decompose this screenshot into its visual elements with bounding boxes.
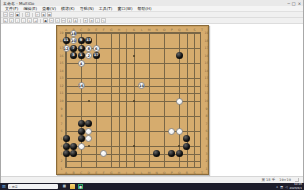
coord-right: 4 bbox=[203, 144, 211, 148]
menu-item-6[interactable]: 窗口(W) bbox=[115, 6, 134, 11]
forward-icon[interactable]: › bbox=[21, 18, 26, 23]
coord-left: 6 bbox=[58, 129, 66, 133]
toolbar-separator bbox=[40, 19, 41, 23]
menu-item-3[interactable]: 棋谱(K) bbox=[59, 6, 77, 11]
black-stone[interactable] bbox=[183, 135, 190, 142]
taskbar-clock[interactable]: 10:45 2023/6/1 bbox=[289, 183, 302, 189]
white-stone-tool-icon[interactable]: ○ bbox=[49, 18, 54, 23]
number-mark-icon[interactable]: 1 bbox=[67, 18, 72, 23]
black-stone[interactable] bbox=[63, 143, 70, 150]
white-stone[interactable]: 10 bbox=[70, 37, 77, 44]
go-board[interactable]: ABCDEFGHJKLMNOPQRSTABCDEFGHJKLMNOPQRST19… bbox=[56, 25, 209, 175]
coord-right: 19 bbox=[203, 31, 211, 35]
delete-icon[interactable]: ✕ bbox=[83, 18, 88, 23]
coord-left: 15 bbox=[58, 61, 66, 65]
main-area: ABCDEFGHJKLMNOPQRSTABCDEFGHJKLMNOPQRST19… bbox=[1, 24, 303, 176]
black-stone[interactable]: 7 bbox=[70, 45, 77, 52]
coord-bottom: T bbox=[198, 171, 206, 175]
menu-item-4[interactable]: 导航(N) bbox=[78, 6, 96, 11]
go-end-icon[interactable]: ⇥ bbox=[33, 18, 38, 23]
volume-icon[interactable]: ◁ bbox=[285, 185, 287, 189]
triangle-mark-icon[interactable]: △ bbox=[55, 18, 60, 23]
status-board-size: 19×19 bbox=[279, 178, 291, 182]
setup-icon[interactable]: ✎ bbox=[101, 18, 106, 23]
close-button[interactable]: × bbox=[298, 1, 301, 6]
white-stone[interactable] bbox=[100, 150, 107, 157]
toolbar-separator bbox=[22, 13, 23, 17]
white-stone[interactable]: 6 bbox=[93, 45, 100, 52]
coord-left: 8 bbox=[58, 114, 66, 118]
black-stone[interactable] bbox=[63, 150, 70, 157]
coord-right: 15 bbox=[203, 61, 211, 65]
window-title: 未命名 - MultiGo bbox=[3, 1, 287, 6]
coord-left: 11 bbox=[58, 91, 66, 95]
coord-right: 18 bbox=[203, 39, 211, 43]
star-point bbox=[133, 55, 135, 57]
black-stone-tool-icon[interactable]: ● bbox=[43, 18, 48, 23]
white-stone[interactable]: 18 bbox=[70, 30, 77, 37]
coord-left: 13 bbox=[58, 76, 66, 80]
search-icon: ⌕ bbox=[9, 185, 11, 189]
app-window: 未命名 - MultiGo ─ □ × 文件(F)编辑(E)查看(V)棋谱(K)… bbox=[0, 0, 304, 190]
star-point bbox=[88, 100, 90, 102]
white-stone[interactable]: 14 bbox=[138, 82, 145, 89]
white-stone[interactable]: 2 bbox=[85, 52, 92, 59]
coord-left: 9 bbox=[58, 107, 66, 111]
black-stone[interactable] bbox=[168, 150, 175, 157]
coord-right: 8 bbox=[203, 114, 211, 118]
square-mark-icon[interactable]: □ bbox=[61, 18, 66, 23]
start-button[interactable]: ⊞ bbox=[0, 183, 8, 190]
open-file-icon[interactable]: ◰ bbox=[9, 12, 14, 17]
menu-item-2[interactable]: 查看(V) bbox=[40, 6, 58, 11]
coord-right: 2 bbox=[203, 159, 211, 163]
new-file-icon[interactable]: ▢ bbox=[3, 12, 8, 17]
white-stone[interactable]: 8 bbox=[85, 45, 92, 52]
black-stone[interactable]: 17 bbox=[93, 52, 100, 59]
star-point bbox=[133, 145, 135, 147]
coord-right: 3 bbox=[203, 152, 211, 156]
black-stone[interactable]: 13 bbox=[85, 37, 92, 44]
file-explorer-icon[interactable] bbox=[70, 184, 75, 189]
white-stone[interactable]: 12 bbox=[63, 45, 70, 52]
info-icon[interactable]: i bbox=[95, 18, 100, 23]
black-stone[interactable]: 11 bbox=[63, 37, 70, 44]
white-stone[interactable] bbox=[176, 128, 183, 135]
black-stone[interactable] bbox=[78, 128, 85, 135]
menu-item-5[interactable]: 工具(T) bbox=[97, 6, 115, 11]
forward-fast-icon[interactable]: » bbox=[27, 18, 32, 23]
white-stone[interactable] bbox=[78, 143, 85, 150]
zoom-icon[interactable]: ◎ bbox=[89, 18, 94, 23]
white-stone[interactable]: 4 bbox=[78, 60, 85, 67]
copy-icon[interactable]: ⧉ bbox=[41, 12, 46, 17]
taskbar-search-input[interactable]: ⌕ 搜索 bbox=[8, 184, 58, 189]
white-stone[interactable] bbox=[176, 98, 183, 105]
coord-left: 1 bbox=[58, 167, 66, 171]
black-stone[interactable] bbox=[70, 150, 77, 157]
coord-left: 2 bbox=[58, 159, 66, 163]
star-point bbox=[133, 100, 135, 102]
task-view-icon[interactable]: ▦ bbox=[62, 184, 67, 189]
coord-right: 14 bbox=[203, 69, 211, 73]
black-stone[interactable] bbox=[183, 143, 190, 150]
network-icon[interactable]: ⬒ bbox=[280, 185, 283, 189]
black-stone[interactable] bbox=[153, 150, 160, 157]
back-icon[interactable]: ‹ bbox=[15, 18, 20, 23]
menu-item-7[interactable]: 帮助(H) bbox=[135, 6, 153, 11]
coord-right: 5 bbox=[203, 137, 211, 141]
black-stone[interactable] bbox=[78, 120, 85, 127]
black-stone[interactable] bbox=[85, 120, 92, 127]
star-point bbox=[178, 145, 180, 147]
minimize-button[interactable]: ─ bbox=[287, 1, 289, 6]
black-stone[interactable]: 1 bbox=[78, 52, 85, 59]
board-grid[interactable]: ABCDEFGHJKLMNOPQRSTABCDEFGHJKLMNOPQRST19… bbox=[65, 32, 201, 168]
go-start-icon[interactable]: ⇤ bbox=[3, 18, 8, 23]
black-stone[interactable] bbox=[70, 143, 77, 150]
black-stone[interactable]: 5 bbox=[78, 45, 85, 52]
coord-right: 17 bbox=[203, 46, 211, 50]
status-bar: 第 18 手 19×19 bbox=[1, 176, 303, 183]
multigo-app-icon[interactable]: ● bbox=[78, 184, 83, 189]
cut-icon[interactable]: ✂ bbox=[35, 12, 40, 17]
coord-left: 16 bbox=[58, 54, 66, 58]
white-stone[interactable] bbox=[168, 128, 175, 135]
black-stone[interactable] bbox=[176, 150, 183, 157]
white-stone[interactable]: 16 bbox=[78, 82, 85, 89]
coord-left: 14 bbox=[58, 69, 66, 73]
back-fast-icon[interactable]: « bbox=[9, 18, 14, 23]
coord-left: 19 bbox=[58, 31, 66, 35]
status-move-info: 第 18 手 bbox=[261, 178, 275, 182]
black-stone[interactable] bbox=[63, 135, 70, 142]
black-stone[interactable] bbox=[176, 52, 183, 59]
white-stone[interactable] bbox=[85, 135, 92, 142]
black-stone[interactable]: 9 bbox=[78, 37, 85, 44]
coord-left: 12 bbox=[58, 84, 66, 88]
coord-right: 9 bbox=[203, 107, 211, 111]
star-point bbox=[88, 145, 90, 147]
letter-mark-icon[interactable]: A bbox=[73, 18, 78, 23]
print-icon[interactable]: ⎙ bbox=[25, 12, 30, 17]
coord-right: 12 bbox=[203, 84, 211, 88]
maximize-button[interactable]: □ bbox=[292, 1, 296, 6]
search-placeholder: 搜索 bbox=[12, 185, 18, 189]
coord-right: 16 bbox=[203, 54, 211, 58]
coord-right: 11 bbox=[203, 91, 211, 95]
toolbar-separator bbox=[32, 13, 33, 17]
coord-left: 7 bbox=[58, 122, 66, 126]
windows-taskbar: ⊞ ⌕ 搜索 ▦● ∧⬒◁ 10:45 2023/6/1 bbox=[0, 183, 304, 190]
toolbar-separator bbox=[80, 19, 81, 23]
coord-left: 10 bbox=[58, 99, 66, 103]
save-icon[interactable]: ▣ bbox=[15, 12, 20, 17]
menu-item-1[interactable]: 编辑(E) bbox=[21, 6, 39, 11]
coord-right: 13 bbox=[203, 76, 211, 80]
coord-right: 1 bbox=[203, 167, 211, 171]
paste-icon[interactable]: ▤ bbox=[47, 12, 52, 17]
black-stone[interactable] bbox=[78, 135, 85, 142]
coord-right: 10 bbox=[203, 99, 211, 103]
menu-item-0[interactable]: 文件(F) bbox=[3, 6, 20, 11]
black-stone[interactable]: 3 bbox=[70, 52, 77, 59]
coord-right: 7 bbox=[203, 122, 211, 126]
coord-right: 6 bbox=[203, 129, 211, 133]
white-stone[interactable] bbox=[85, 128, 92, 135]
tray-expand-icon[interactable]: ∧ bbox=[276, 185, 278, 189]
